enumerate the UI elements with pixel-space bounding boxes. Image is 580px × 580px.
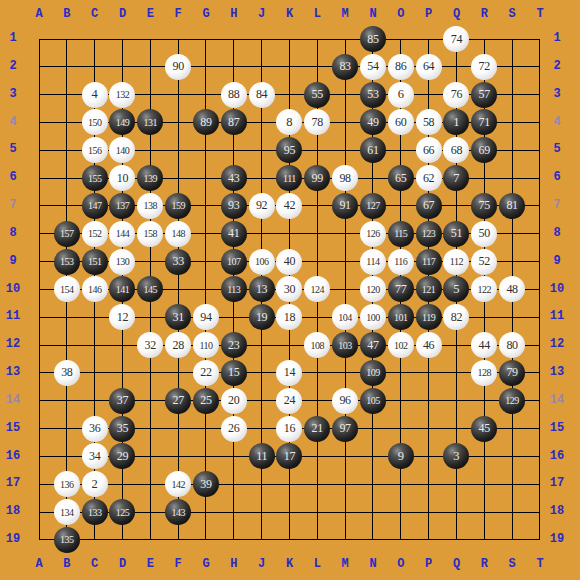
intersection-H3[interactable]: 88 <box>220 81 248 109</box>
intersection-M12[interactable]: 103 <box>331 331 359 359</box>
intersection-K11[interactable]: 18 <box>276 303 304 331</box>
intersection-P11[interactable]: 119 <box>415 303 443 331</box>
intersection-J16[interactable]: 11 <box>248 443 276 471</box>
intersection-H7[interactable]: 93 <box>220 192 248 220</box>
intersection-J4[interactable] <box>248 109 276 137</box>
intersection-L6[interactable]: 99 <box>303 164 331 192</box>
intersection-R15[interactable]: 45 <box>470 415 498 443</box>
intersection-E8[interactable]: 158 <box>136 220 164 248</box>
intersection-E6[interactable]: 139 <box>136 164 164 192</box>
intersection-G15[interactable] <box>192 415 220 443</box>
intersection-G5[interactable] <box>192 136 220 164</box>
intersection-J18[interactable] <box>248 498 276 526</box>
intersection-R8[interactable]: 50 <box>470 220 498 248</box>
intersection-A13[interactable] <box>25 359 53 387</box>
intersection-K9[interactable]: 40 <box>276 248 304 276</box>
intersection-Q15[interactable] <box>443 415 471 443</box>
intersection-B13[interactable]: 38 <box>53 359 81 387</box>
intersection-R3[interactable]: 57 <box>470 81 498 109</box>
intersection-G11[interactable]: 94 <box>192 303 220 331</box>
intersection-H6[interactable]: 43 <box>220 164 248 192</box>
intersection-J13[interactable] <box>248 359 276 387</box>
intersection-O12[interactable]: 102 <box>387 331 415 359</box>
intersection-Q19[interactable] <box>443 526 471 554</box>
intersection-D14[interactable]: 37 <box>109 387 137 415</box>
intersection-P15[interactable] <box>415 415 443 443</box>
intersection-H4[interactable]: 87 <box>220 109 248 137</box>
intersection-G12[interactable]: 110 <box>192 331 220 359</box>
intersection-Q7[interactable] <box>443 192 471 220</box>
intersection-N4[interactable]: 49 <box>359 109 387 137</box>
intersection-C6[interactable]: 155 <box>81 164 109 192</box>
intersection-M17[interactable] <box>331 470 359 498</box>
intersection-D17[interactable] <box>109 470 137 498</box>
intersection-L14[interactable] <box>303 387 331 415</box>
intersection-B6[interactable] <box>53 164 81 192</box>
intersection-A2[interactable] <box>25 53 53 81</box>
intersection-D4[interactable]: 149 <box>109 109 137 137</box>
intersection-J10[interactable]: 13 <box>248 276 276 304</box>
intersection-F15[interactable] <box>164 415 192 443</box>
intersection-N15[interactable] <box>359 415 387 443</box>
intersection-S13[interactable]: 79 <box>498 359 526 387</box>
intersection-E13[interactable] <box>136 359 164 387</box>
intersection-R5[interactable]: 69 <box>470 136 498 164</box>
intersection-N17[interactable] <box>359 470 387 498</box>
intersection-E5[interactable] <box>136 136 164 164</box>
intersection-Q12[interactable] <box>443 331 471 359</box>
intersection-P2[interactable]: 64 <box>415 53 443 81</box>
intersection-C14[interactable] <box>81 387 109 415</box>
intersection-H10[interactable]: 113 <box>220 276 248 304</box>
intersection-Q13[interactable] <box>443 359 471 387</box>
intersection-H9[interactable]: 107 <box>220 248 248 276</box>
intersection-Q11[interactable]: 82 <box>443 303 471 331</box>
intersection-L7[interactable] <box>303 192 331 220</box>
intersection-J5[interactable] <box>248 136 276 164</box>
intersection-S10[interactable]: 48 <box>498 276 526 304</box>
intersection-J14[interactable] <box>248 387 276 415</box>
intersection-M9[interactable] <box>331 248 359 276</box>
intersection-D12[interactable] <box>109 331 137 359</box>
intersection-H14[interactable]: 20 <box>220 387 248 415</box>
intersection-S16[interactable] <box>498 443 526 471</box>
intersection-C16[interactable]: 34 <box>81 443 109 471</box>
intersection-O1[interactable] <box>387 25 415 53</box>
intersection-C7[interactable]: 147 <box>81 192 109 220</box>
intersection-Q16[interactable]: 3 <box>443 443 471 471</box>
intersection-J8[interactable] <box>248 220 276 248</box>
intersection-M18[interactable] <box>331 498 359 526</box>
intersection-P5[interactable]: 66 <box>415 136 443 164</box>
intersection-H19[interactable] <box>220 526 248 554</box>
intersection-J12[interactable] <box>248 331 276 359</box>
intersection-G13[interactable]: 22 <box>192 359 220 387</box>
intersection-M14[interactable]: 96 <box>331 387 359 415</box>
intersection-F7[interactable]: 159 <box>164 192 192 220</box>
intersection-D7[interactable]: 137 <box>109 192 137 220</box>
intersection-M8[interactable] <box>331 220 359 248</box>
intersection-D10[interactable]: 141 <box>109 276 137 304</box>
intersection-N13[interactable]: 109 <box>359 359 387 387</box>
intersection-G18[interactable] <box>192 498 220 526</box>
intersection-B2[interactable] <box>53 53 81 81</box>
intersection-Q6[interactable]: 7 <box>443 164 471 192</box>
intersection-K7[interactable]: 42 <box>276 192 304 220</box>
intersection-L11[interactable] <box>303 303 331 331</box>
intersection-R12[interactable]: 44 <box>470 331 498 359</box>
intersection-N11[interactable]: 100 <box>359 303 387 331</box>
intersection-P9[interactable]: 117 <box>415 248 443 276</box>
intersection-O19[interactable] <box>387 526 415 554</box>
intersection-N12[interactable]: 47 <box>359 331 387 359</box>
intersection-N3[interactable]: 53 <box>359 81 387 109</box>
intersection-N6[interactable] <box>359 164 387 192</box>
intersection-N8[interactable]: 126 <box>359 220 387 248</box>
intersection-N5[interactable]: 61 <box>359 136 387 164</box>
intersection-S14[interactable]: 129 <box>498 387 526 415</box>
intersection-K19[interactable] <box>276 526 304 554</box>
intersection-H11[interactable] <box>220 303 248 331</box>
intersection-A3[interactable] <box>25 81 53 109</box>
intersection-J6[interactable] <box>248 164 276 192</box>
intersection-C12[interactable] <box>81 331 109 359</box>
intersection-B17[interactable]: 136 <box>53 470 81 498</box>
intersection-O14[interactable] <box>387 387 415 415</box>
intersection-L8[interactable] <box>303 220 331 248</box>
intersection-S3[interactable] <box>498 81 526 109</box>
intersection-J17[interactable] <box>248 470 276 498</box>
intersection-R10[interactable]: 122 <box>470 276 498 304</box>
intersection-G2[interactable] <box>192 53 220 81</box>
intersection-O17[interactable] <box>387 470 415 498</box>
intersection-H2[interactable] <box>220 53 248 81</box>
intersection-G10[interactable] <box>192 276 220 304</box>
intersection-J1[interactable] <box>248 25 276 53</box>
intersection-D16[interactable]: 29 <box>109 443 137 471</box>
intersection-L19[interactable] <box>303 526 331 554</box>
go-board[interactable]: 8574908354866472413288845553676571501491… <box>25 25 554 554</box>
intersection-Q9[interactable]: 112 <box>443 248 471 276</box>
intersection-R9[interactable]: 52 <box>470 248 498 276</box>
intersection-K3[interactable] <box>276 81 304 109</box>
intersection-F8[interactable]: 148 <box>164 220 192 248</box>
intersection-R16[interactable] <box>470 443 498 471</box>
intersection-H18[interactable] <box>220 498 248 526</box>
intersection-D3[interactable]: 132 <box>109 81 137 109</box>
intersection-E7[interactable]: 138 <box>136 192 164 220</box>
intersection-S18[interactable] <box>498 498 526 526</box>
intersection-D5[interactable]: 140 <box>109 136 137 164</box>
intersection-N10[interactable]: 120 <box>359 276 387 304</box>
intersection-S8[interactable] <box>498 220 526 248</box>
intersection-L16[interactable] <box>303 443 331 471</box>
intersection-M15[interactable]: 97 <box>331 415 359 443</box>
intersection-O9[interactable]: 116 <box>387 248 415 276</box>
intersection-H13[interactable]: 15 <box>220 359 248 387</box>
intersection-A14[interactable] <box>25 387 53 415</box>
intersection-M19[interactable] <box>331 526 359 554</box>
intersection-D2[interactable] <box>109 53 137 81</box>
intersection-P7[interactable]: 67 <box>415 192 443 220</box>
intersection-F11[interactable]: 31 <box>164 303 192 331</box>
intersection-S19[interactable] <box>498 526 526 554</box>
intersection-M5[interactable] <box>331 136 359 164</box>
intersection-R13[interactable]: 128 <box>470 359 498 387</box>
intersection-G3[interactable] <box>192 81 220 109</box>
intersection-J15[interactable] <box>248 415 276 443</box>
intersection-F19[interactable] <box>164 526 192 554</box>
intersection-E17[interactable] <box>136 470 164 498</box>
intersection-F9[interactable]: 33 <box>164 248 192 276</box>
intersection-A7[interactable] <box>25 192 53 220</box>
intersection-O6[interactable]: 65 <box>387 164 415 192</box>
intersection-C5[interactable]: 156 <box>81 136 109 164</box>
intersection-N2[interactable]: 54 <box>359 53 387 81</box>
intersection-D18[interactable]: 125 <box>109 498 137 526</box>
intersection-N7[interactable]: 127 <box>359 192 387 220</box>
intersection-G8[interactable] <box>192 220 220 248</box>
intersection-R2[interactable]: 72 <box>470 53 498 81</box>
intersection-P16[interactable] <box>415 443 443 471</box>
intersection-R7[interactable]: 75 <box>470 192 498 220</box>
intersection-L3[interactable]: 55 <box>303 81 331 109</box>
intersection-K4[interactable]: 8 <box>276 109 304 137</box>
intersection-E2[interactable] <box>136 53 164 81</box>
intersection-O5[interactable] <box>387 136 415 164</box>
intersection-N14[interactable]: 105 <box>359 387 387 415</box>
intersection-M7[interactable]: 91 <box>331 192 359 220</box>
intersection-L4[interactable]: 78 <box>303 109 331 137</box>
intersection-Q10[interactable]: 5 <box>443 276 471 304</box>
intersection-F16[interactable] <box>164 443 192 471</box>
intersection-H17[interactable] <box>220 470 248 498</box>
intersection-N9[interactable]: 114 <box>359 248 387 276</box>
intersection-B7[interactable] <box>53 192 81 220</box>
intersection-P6[interactable]: 62 <box>415 164 443 192</box>
intersection-H15[interactable]: 26 <box>220 415 248 443</box>
intersection-Q2[interactable] <box>443 53 471 81</box>
intersection-S1[interactable] <box>498 25 526 53</box>
intersection-E1[interactable] <box>136 25 164 53</box>
intersection-M1[interactable] <box>331 25 359 53</box>
intersection-P12[interactable]: 46 <box>415 331 443 359</box>
intersection-C3[interactable]: 4 <box>81 81 109 109</box>
intersection-C1[interactable] <box>81 25 109 53</box>
intersection-H16[interactable] <box>220 443 248 471</box>
intersection-A1[interactable] <box>25 25 53 53</box>
intersection-C13[interactable] <box>81 359 109 387</box>
intersection-L10[interactable]: 124 <box>303 276 331 304</box>
intersection-O7[interactable] <box>387 192 415 220</box>
intersection-L13[interactable] <box>303 359 331 387</box>
intersection-E18[interactable] <box>136 498 164 526</box>
intersection-O13[interactable] <box>387 359 415 387</box>
intersection-F5[interactable] <box>164 136 192 164</box>
intersection-J9[interactable]: 106 <box>248 248 276 276</box>
intersection-D19[interactable] <box>109 526 137 554</box>
intersection-F18[interactable]: 143 <box>164 498 192 526</box>
intersection-F10[interactable] <box>164 276 192 304</box>
intersection-B5[interactable] <box>53 136 81 164</box>
intersection-G1[interactable] <box>192 25 220 53</box>
intersection-J3[interactable]: 84 <box>248 81 276 109</box>
intersection-L17[interactable] <box>303 470 331 498</box>
intersection-H8[interactable]: 41 <box>220 220 248 248</box>
intersection-H1[interactable] <box>220 25 248 53</box>
intersection-B11[interactable] <box>53 303 81 331</box>
intersection-O10[interactable]: 77 <box>387 276 415 304</box>
intersection-E12[interactable]: 32 <box>136 331 164 359</box>
intersection-B15[interactable] <box>53 415 81 443</box>
intersection-L5[interactable] <box>303 136 331 164</box>
intersection-Q14[interactable] <box>443 387 471 415</box>
intersection-J7[interactable]: 92 <box>248 192 276 220</box>
intersection-K2[interactable] <box>276 53 304 81</box>
intersection-R18[interactable] <box>470 498 498 526</box>
intersection-R14[interactable] <box>470 387 498 415</box>
intersection-E11[interactable] <box>136 303 164 331</box>
intersection-S6[interactable] <box>498 164 526 192</box>
intersection-S17[interactable] <box>498 470 526 498</box>
intersection-B19[interactable]: 135 <box>53 526 81 554</box>
intersection-J19[interactable] <box>248 526 276 554</box>
intersection-G4[interactable]: 89 <box>192 109 220 137</box>
intersection-K15[interactable]: 16 <box>276 415 304 443</box>
intersection-P17[interactable] <box>415 470 443 498</box>
intersection-S4[interactable] <box>498 109 526 137</box>
intersection-L15[interactable]: 21 <box>303 415 331 443</box>
intersection-N1[interactable]: 85 <box>359 25 387 53</box>
intersection-M3[interactable] <box>331 81 359 109</box>
intersection-B9[interactable]: 153 <box>53 248 81 276</box>
intersection-S11[interactable] <box>498 303 526 331</box>
intersection-M10[interactable] <box>331 276 359 304</box>
intersection-C19[interactable] <box>81 526 109 554</box>
intersection-B16[interactable] <box>53 443 81 471</box>
intersection-S12[interactable]: 80 <box>498 331 526 359</box>
intersection-P19[interactable] <box>415 526 443 554</box>
intersection-P1[interactable] <box>415 25 443 53</box>
intersection-Q17[interactable] <box>443 470 471 498</box>
intersection-P10[interactable]: 121 <box>415 276 443 304</box>
intersection-B12[interactable] <box>53 331 81 359</box>
intersection-B18[interactable]: 134 <box>53 498 81 526</box>
intersection-G16[interactable] <box>192 443 220 471</box>
intersection-C2[interactable] <box>81 53 109 81</box>
intersection-K12[interactable] <box>276 331 304 359</box>
intersection-N19[interactable] <box>359 526 387 554</box>
intersection-C10[interactable]: 146 <box>81 276 109 304</box>
intersection-E15[interactable] <box>136 415 164 443</box>
intersection-A12[interactable] <box>25 331 53 359</box>
intersection-K18[interactable] <box>276 498 304 526</box>
intersection-G7[interactable] <box>192 192 220 220</box>
intersection-F14[interactable]: 27 <box>164 387 192 415</box>
intersection-A8[interactable] <box>25 220 53 248</box>
intersection-Q3[interactable]: 76 <box>443 81 471 109</box>
intersection-L2[interactable] <box>303 53 331 81</box>
intersection-Q18[interactable] <box>443 498 471 526</box>
intersection-F1[interactable] <box>164 25 192 53</box>
intersection-M11[interactable]: 104 <box>331 303 359 331</box>
intersection-A11[interactable] <box>25 303 53 331</box>
intersection-K6[interactable]: 111 <box>276 164 304 192</box>
intersection-D13[interactable] <box>109 359 137 387</box>
intersection-L12[interactable]: 108 <box>303 331 331 359</box>
intersection-B3[interactable] <box>53 81 81 109</box>
intersection-B14[interactable] <box>53 387 81 415</box>
intersection-P13[interactable] <box>415 359 443 387</box>
intersection-K14[interactable]: 24 <box>276 387 304 415</box>
intersection-R11[interactable] <box>470 303 498 331</box>
intersection-O11[interactable]: 101 <box>387 303 415 331</box>
intersection-M6[interactable]: 98 <box>331 164 359 192</box>
intersection-N16[interactable] <box>359 443 387 471</box>
intersection-A16[interactable] <box>25 443 53 471</box>
intersection-C8[interactable]: 152 <box>81 220 109 248</box>
intersection-K5[interactable]: 95 <box>276 136 304 164</box>
intersection-D11[interactable]: 12 <box>109 303 137 331</box>
intersection-C4[interactable]: 150 <box>81 109 109 137</box>
intersection-D1[interactable] <box>109 25 137 53</box>
intersection-C17[interactable]: 2 <box>81 470 109 498</box>
intersection-G17[interactable]: 39 <box>192 470 220 498</box>
intersection-L18[interactable] <box>303 498 331 526</box>
intersection-C11[interactable] <box>81 303 109 331</box>
intersection-F6[interactable] <box>164 164 192 192</box>
intersection-D8[interactable]: 144 <box>109 220 137 248</box>
intersection-R6[interactable] <box>470 164 498 192</box>
intersection-M16[interactable] <box>331 443 359 471</box>
intersection-A10[interactable] <box>25 276 53 304</box>
intersection-B10[interactable]: 154 <box>53 276 81 304</box>
intersection-G14[interactable]: 25 <box>192 387 220 415</box>
intersection-E4[interactable]: 131 <box>136 109 164 137</box>
intersection-C18[interactable]: 133 <box>81 498 109 526</box>
intersection-K16[interactable]: 17 <box>276 443 304 471</box>
intersection-E19[interactable] <box>136 526 164 554</box>
intersection-B4[interactable] <box>53 109 81 137</box>
intersection-E10[interactable]: 145 <box>136 276 164 304</box>
intersection-A5[interactable] <box>25 136 53 164</box>
intersection-Q4[interactable]: 1 <box>443 109 471 137</box>
intersection-F3[interactable] <box>164 81 192 109</box>
intersection-Q8[interactable]: 51 <box>443 220 471 248</box>
intersection-P14[interactable] <box>415 387 443 415</box>
intersection-P3[interactable] <box>415 81 443 109</box>
intersection-Q1[interactable]: 74 <box>443 25 471 53</box>
intersection-C9[interactable]: 151 <box>81 248 109 276</box>
intersection-S7[interactable]: 81 <box>498 192 526 220</box>
intersection-O8[interactable]: 115 <box>387 220 415 248</box>
intersection-A4[interactable] <box>25 109 53 137</box>
intersection-R1[interactable] <box>470 25 498 53</box>
intersection-C15[interactable]: 36 <box>81 415 109 443</box>
intersection-G9[interactable] <box>192 248 220 276</box>
intersection-O16[interactable]: 9 <box>387 443 415 471</box>
intersection-S5[interactable] <box>498 136 526 164</box>
intersection-A18[interactable] <box>25 498 53 526</box>
intersection-J2[interactable] <box>248 53 276 81</box>
intersection-R19[interactable] <box>470 526 498 554</box>
intersection-A6[interactable] <box>25 164 53 192</box>
intersection-H12[interactable]: 23 <box>220 331 248 359</box>
intersection-E14[interactable] <box>136 387 164 415</box>
intersection-K13[interactable]: 14 <box>276 359 304 387</box>
intersection-A17[interactable] <box>25 470 53 498</box>
intersection-M13[interactable] <box>331 359 359 387</box>
